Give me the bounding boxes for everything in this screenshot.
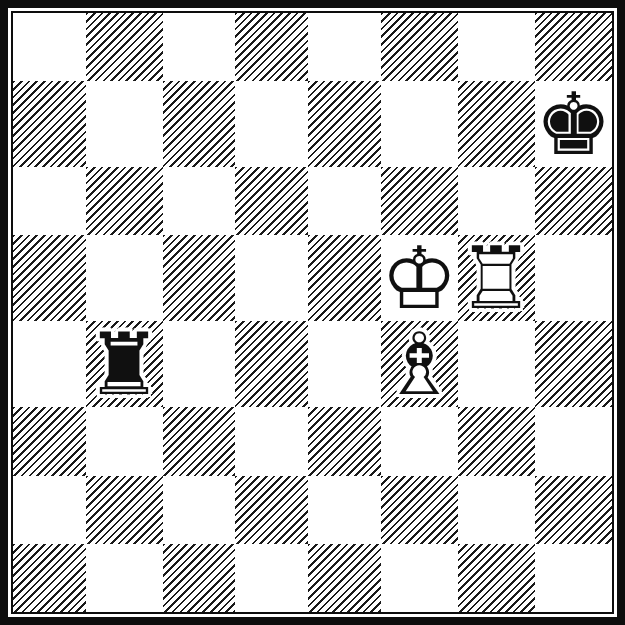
- square-h8[interactable]: [535, 13, 612, 81]
- square-d1[interactable]: [235, 544, 308, 612]
- square-c4[interactable]: [163, 321, 236, 407]
- black-rook-glyph: ♜: [86, 321, 163, 407]
- white-bishop-glyph: ♗: [381, 321, 458, 407]
- square-h3[interactable]: [535, 407, 612, 475]
- square-a5[interactable]: [13, 235, 86, 321]
- black-king-glyph: ♚: [535, 81, 612, 167]
- square-e6[interactable]: [308, 167, 381, 235]
- square-g5[interactable]: ♜♖: [458, 235, 535, 321]
- square-e3[interactable]: [308, 407, 381, 475]
- black-king[interactable]: ♚♚: [535, 81, 612, 167]
- chessboard: ♚♚♚♔♜♖♜♜♝♗: [13, 13, 612, 612]
- square-a6[interactable]: [13, 167, 86, 235]
- square-c5[interactable]: [163, 235, 236, 321]
- square-d2[interactable]: [235, 476, 308, 544]
- white-rook-glyph: ♖: [458, 235, 535, 321]
- square-f7[interactable]: [381, 81, 458, 167]
- square-a1[interactable]: [13, 544, 86, 612]
- square-a4[interactable]: [13, 321, 86, 407]
- square-a7[interactable]: [13, 81, 86, 167]
- square-e8[interactable]: [308, 13, 381, 81]
- square-a3[interactable]: [13, 407, 86, 475]
- square-a2[interactable]: [13, 476, 86, 544]
- square-e7[interactable]: [308, 81, 381, 167]
- square-a8[interactable]: [13, 13, 86, 81]
- black-rook[interactable]: ♜♜: [86, 321, 163, 407]
- square-e1[interactable]: [308, 544, 381, 612]
- square-d8[interactable]: [235, 13, 308, 81]
- square-e2[interactable]: [308, 476, 381, 544]
- square-f4[interactable]: ♝♗: [381, 321, 458, 407]
- square-b6[interactable]: [86, 167, 163, 235]
- square-d7[interactable]: [235, 81, 308, 167]
- square-d4[interactable]: [235, 321, 308, 407]
- square-b4[interactable]: ♜♜: [86, 321, 163, 407]
- chessboard-inner-border: ♚♚♚♔♜♖♜♜♝♗: [11, 11, 614, 614]
- square-g2[interactable]: [458, 476, 535, 544]
- square-d3[interactable]: [235, 407, 308, 475]
- square-h4[interactable]: [535, 321, 612, 407]
- square-b3[interactable]: [86, 407, 163, 475]
- square-h7[interactable]: ♚♚: [535, 81, 612, 167]
- square-h1[interactable]: [535, 544, 612, 612]
- square-f1[interactable]: [381, 544, 458, 612]
- chessboard-frame: ♚♚♚♔♜♖♜♜♝♗: [0, 0, 625, 625]
- square-c2[interactable]: [163, 476, 236, 544]
- square-b2[interactable]: [86, 476, 163, 544]
- square-f6[interactable]: [381, 167, 458, 235]
- square-h5[interactable]: [535, 235, 612, 321]
- white-bishop[interactable]: ♝♗: [381, 321, 458, 407]
- square-f3[interactable]: [381, 407, 458, 475]
- square-g4[interactable]: [458, 321, 535, 407]
- white-king-glyph: ♔: [381, 235, 458, 321]
- square-d5[interactable]: [235, 235, 308, 321]
- square-h6[interactable]: [535, 167, 612, 235]
- square-f8[interactable]: [381, 13, 458, 81]
- square-c6[interactable]: [163, 167, 236, 235]
- square-b7[interactable]: [86, 81, 163, 167]
- square-f2[interactable]: [381, 476, 458, 544]
- square-g7[interactable]: [458, 81, 535, 167]
- square-d6[interactable]: [235, 167, 308, 235]
- square-g8[interactable]: [458, 13, 535, 81]
- square-b5[interactable]: [86, 235, 163, 321]
- square-g6[interactable]: [458, 167, 535, 235]
- square-c1[interactable]: [163, 544, 236, 612]
- white-rook[interactable]: ♜♖: [458, 235, 535, 321]
- white-king[interactable]: ♚♔: [381, 235, 458, 321]
- square-e4[interactable]: [308, 321, 381, 407]
- square-f5[interactable]: ♚♔: [381, 235, 458, 321]
- square-c3[interactable]: [163, 407, 236, 475]
- square-e5[interactable]: [308, 235, 381, 321]
- square-b1[interactable]: [86, 544, 163, 612]
- square-g1[interactable]: [458, 544, 535, 612]
- square-c7[interactable]: [163, 81, 236, 167]
- square-h2[interactable]: [535, 476, 612, 544]
- square-b8[interactable]: [86, 13, 163, 81]
- square-c8[interactable]: [163, 13, 236, 81]
- square-g3[interactable]: [458, 407, 535, 475]
